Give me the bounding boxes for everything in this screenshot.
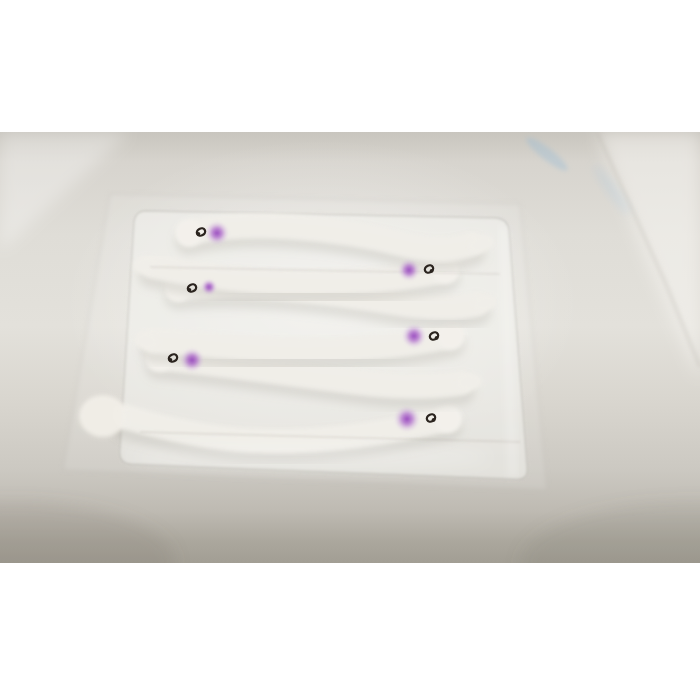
purple-gill-spot <box>398 259 420 281</box>
purple-gill-spot <box>180 348 204 372</box>
tray-gloss <box>130 444 490 470</box>
tray-film-overlay <box>120 211 527 479</box>
letterbox-top <box>0 0 700 132</box>
bottom-left-vignette <box>0 502 175 563</box>
purple-gill-spot <box>201 279 217 295</box>
letterbox-bottom <box>0 563 700 700</box>
product-photo <box>0 0 700 700</box>
bottom-right-vignette <box>520 502 700 563</box>
purple-gill-spot <box>205 221 229 245</box>
photo-scene <box>0 132 700 563</box>
blue-reflection-streak <box>523 133 571 174</box>
clear-film <box>120 211 527 479</box>
purple-gill-spot <box>402 324 426 348</box>
paddle-tail <box>79 395 127 437</box>
purple-gill-spot <box>394 406 420 432</box>
lure-package-photo <box>0 132 700 563</box>
seam-right-light <box>597 132 700 382</box>
